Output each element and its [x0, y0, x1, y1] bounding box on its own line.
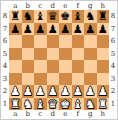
file-label-a: a [9, 109, 22, 119]
file-label-f: f [72, 109, 85, 119]
square-e4[interactable] [59, 60, 72, 73]
rank-label-6: 6 [1, 35, 9, 48]
square-f2[interactable]: ♟ [72, 85, 85, 98]
black-bishop-piece: ♝ [73, 10, 83, 23]
black-knight-piece: ♞ [23, 10, 33, 23]
file-label-d: d [47, 1, 60, 10]
rank-label-5: 5 [1, 48, 9, 61]
square-b3[interactable] [22, 73, 35, 86]
black-pawn-piece: ♟ [60, 23, 70, 36]
white-pawn-piece: ♟ [73, 85, 83, 98]
white-pawn-piece: ♟ [23, 85, 33, 98]
rank-label-7: 7 [109, 23, 117, 36]
square-d8[interactable]: ♛ [47, 10, 60, 23]
white-pawn-piece: ♟ [10, 85, 20, 98]
square-h4[interactable] [97, 60, 110, 73]
black-pawn-piece: ♟ [85, 23, 95, 36]
square-f4[interactable] [72, 60, 85, 73]
rank-label-4: 4 [1, 60, 9, 73]
square-c2[interactable]: ♟ [34, 85, 47, 98]
square-c3[interactable] [34, 73, 47, 86]
rank-label-4: 4 [109, 60, 117, 73]
rank-label-3: 3 [109, 73, 117, 86]
black-pawn-piece: ♟ [73, 23, 83, 36]
rank-label-7: 7 [1, 23, 9, 36]
rank-labels-right: 8 7 6 5 4 3 2 1 [109, 10, 117, 110]
square-f6[interactable] [72, 35, 85, 48]
black-pawn-piece: ♟ [48, 23, 58, 36]
file-labels-top: a b c d e f g h [9, 1, 109, 10]
square-g2[interactable]: ♟ [84, 85, 97, 98]
square-g5[interactable] [84, 48, 97, 61]
square-c7[interactable]: ♟ [34, 23, 47, 36]
black-king-piece: ♚ [60, 10, 70, 23]
square-b8[interactable]: ♞ [22, 10, 35, 23]
file-label-h: h [97, 109, 110, 119]
rank-label-1: 1 [1, 98, 9, 111]
square-c8[interactable]: ♝ [34, 10, 47, 23]
white-pawn-piece: ♟ [98, 85, 108, 98]
white-pawn-piece: ♟ [60, 85, 70, 98]
square-d7[interactable]: ♟ [47, 23, 60, 36]
black-pawn-piece: ♟ [35, 23, 45, 36]
square-a5[interactable] [9, 48, 22, 61]
rank-label-8: 8 [1, 10, 9, 23]
square-h5[interactable] [97, 48, 110, 61]
file-label-g: g [84, 109, 97, 119]
square-c5[interactable] [34, 48, 47, 61]
white-pawn-piece: ♟ [35, 85, 45, 98]
black-queen-piece: ♛ [48, 10, 58, 23]
black-rook-piece: ♜ [98, 10, 108, 23]
file-label-c: c [34, 109, 47, 119]
rank-labels-left: 8 7 6 5 4 3 2 1 [1, 10, 9, 110]
square-g4[interactable] [84, 60, 97, 73]
square-h7[interactable]: ♟ [97, 23, 110, 36]
square-e5[interactable] [59, 48, 72, 61]
black-pawn-piece: ♟ [98, 23, 108, 36]
black-rook-piece: ♜ [10, 10, 20, 23]
square-e7[interactable]: ♟ [59, 23, 72, 36]
square-e8[interactable]: ♚ [59, 10, 72, 23]
square-b6[interactable] [22, 35, 35, 48]
rank-label-2: 2 [109, 85, 117, 98]
white-pawn-piece: ♟ [85, 85, 95, 98]
square-a6[interactable] [9, 35, 22, 48]
square-d2[interactable]: ♟ [47, 85, 60, 98]
square-c4[interactable] [34, 60, 47, 73]
square-a2[interactable]: ♟ [9, 85, 22, 98]
square-a7[interactable]: ♟ [9, 23, 22, 36]
square-d6[interactable] [47, 35, 60, 48]
file-label-g: g [84, 1, 97, 10]
file-labels-bottom: a b c d e f g h [9, 109, 109, 119]
file-label-e: e [59, 1, 72, 10]
square-a4[interactable] [9, 60, 22, 73]
black-knight-piece: ♞ [85, 10, 95, 23]
square-d3[interactable] [47, 73, 60, 86]
rank-label-1: 1 [109, 98, 117, 111]
square-h6[interactable] [97, 35, 110, 48]
square-g7[interactable]: ♟ [84, 23, 97, 36]
black-pawn-piece: ♟ [10, 23, 20, 36]
square-h3[interactable] [97, 73, 110, 86]
file-label-e: e [59, 109, 72, 119]
rank-label-5: 5 [109, 48, 117, 61]
file-label-a: a [9, 1, 22, 10]
file-label-c: c [34, 1, 47, 10]
square-e6[interactable] [59, 35, 72, 48]
square-b5[interactable] [22, 48, 35, 61]
square-c6[interactable] [34, 35, 47, 48]
chess-board: ♜♞♝♛♚♝♞♜♟♟♟♟♟♟♟♟♟♟♟♟♟♟♟♟♜♞♝♛♚♝♞♜ [9, 10, 109, 110]
square-g3[interactable] [84, 73, 97, 86]
square-g6[interactable] [84, 35, 97, 48]
square-g8[interactable]: ♞ [84, 10, 97, 23]
square-e2[interactable]: ♟ [59, 85, 72, 98]
white-pawn-piece: ♟ [48, 85, 58, 98]
square-b4[interactable] [22, 60, 35, 73]
square-f7[interactable]: ♟ [72, 23, 85, 36]
rank-label-3: 3 [1, 73, 9, 86]
file-label-b: b [22, 1, 35, 10]
file-label-h: h [97, 1, 110, 10]
square-d5[interactable] [47, 48, 60, 61]
black-pawn-piece: ♟ [23, 23, 33, 36]
file-label-f: f [72, 1, 85, 10]
square-d4[interactable] [47, 60, 60, 73]
rank-label-6: 6 [109, 35, 117, 48]
square-f8[interactable]: ♝ [72, 10, 85, 23]
file-label-d: d [47, 109, 60, 119]
rank-label-8: 8 [109, 10, 117, 23]
square-a3[interactable] [9, 73, 22, 86]
square-f3[interactable] [72, 73, 85, 86]
rank-label-2: 2 [1, 85, 9, 98]
square-b7[interactable]: ♟ [22, 23, 35, 36]
square-b2[interactable]: ♟ [22, 85, 35, 98]
square-h8[interactable]: ♜ [97, 10, 110, 23]
square-a8[interactable]: ♜ [9, 10, 22, 23]
square-f5[interactable] [72, 48, 85, 61]
square-e3[interactable] [59, 73, 72, 86]
square-h2[interactable]: ♟ [97, 85, 110, 98]
file-label-b: b [22, 109, 35, 119]
chess-diagram: a b c d e f g h 8 7 6 5 4 3 2 1 ♜♞♝♛♚♝♞♜… [0, 0, 118, 120]
black-bishop-piece: ♝ [35, 10, 45, 23]
